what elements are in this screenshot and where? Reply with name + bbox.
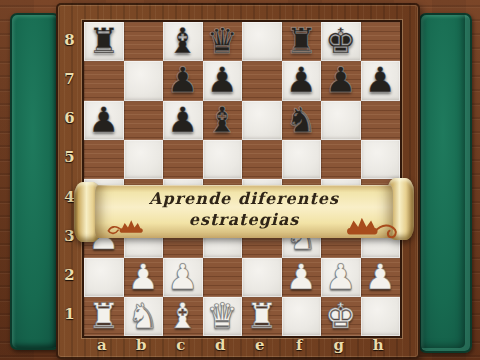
square-e1[interactable]: ♜ xyxy=(242,297,282,336)
square-a7[interactable] xyxy=(84,61,124,100)
square-h6[interactable] xyxy=(361,101,401,140)
square-h8[interactable] xyxy=(361,22,401,61)
square-b2[interactable]: ♟ xyxy=(124,258,164,297)
file-label-h: h xyxy=(359,335,399,355)
square-b8[interactable] xyxy=(124,22,164,61)
square-c7[interactable]: ♟ xyxy=(163,61,203,100)
square-d5[interactable] xyxy=(203,140,243,179)
piece-black-bishop[interactable]: ♝ xyxy=(207,103,238,138)
square-c8[interactable]: ♝ xyxy=(163,22,203,61)
square-h2[interactable]: ♟ xyxy=(361,258,401,297)
file-label-b: b xyxy=(122,335,162,355)
square-a5[interactable] xyxy=(84,140,124,179)
square-d2[interactable] xyxy=(203,258,243,297)
file-label-f: f xyxy=(280,335,320,355)
piece-black-pawn[interactable]: ♟ xyxy=(88,103,119,138)
square-g5[interactable] xyxy=(321,140,361,179)
square-e5[interactable] xyxy=(242,140,282,179)
square-e7[interactable] xyxy=(242,61,282,100)
square-e6[interactable] xyxy=(242,101,282,140)
square-a1[interactable]: ♜ xyxy=(84,297,124,336)
file-label-a: a xyxy=(82,335,122,355)
piece-black-pawn[interactable]: ♟ xyxy=(207,63,238,98)
square-h5[interactable] xyxy=(361,140,401,179)
square-a6[interactable]: ♟ xyxy=(84,101,124,140)
square-f2[interactable]: ♟ xyxy=(282,258,322,297)
square-h1[interactable] xyxy=(361,297,401,336)
square-b5[interactable] xyxy=(124,140,164,179)
piece-black-king[interactable]: ♚ xyxy=(325,24,356,59)
flourish-icon xyxy=(344,216,400,240)
app-background: 87654321 abcdefgh ♜♝♛♜♚♟♟♟♟♟♟♟♝♞♟♞♟♟♟♟♟♜… xyxy=(0,0,480,360)
square-c5[interactable] xyxy=(163,140,203,179)
square-a8[interactable]: ♜ xyxy=(84,22,124,61)
piece-white-bishop[interactable]: ♝ xyxy=(167,299,198,334)
rank-label-7: 7 xyxy=(59,59,80,98)
square-c1[interactable]: ♝ xyxy=(163,297,203,336)
piece-black-pawn[interactable]: ♟ xyxy=(286,63,317,98)
banner-text-line2: estrategias xyxy=(104,210,384,229)
piece-black-bishop[interactable]: ♝ xyxy=(167,24,198,59)
square-d8[interactable]: ♛ xyxy=(203,22,243,61)
square-c2[interactable]: ♟ xyxy=(163,258,203,297)
square-b1[interactable]: ♞ xyxy=(124,297,164,336)
piece-white-pawn[interactable]: ♟ xyxy=(325,260,356,295)
piece-white-knight[interactable]: ♞ xyxy=(128,299,159,334)
piece-black-pawn[interactable]: ♟ xyxy=(167,103,198,138)
piece-white-pawn[interactable]: ♟ xyxy=(128,260,159,295)
square-h7[interactable]: ♟ xyxy=(361,61,401,100)
square-g7[interactable]: ♟ xyxy=(321,61,361,100)
piece-black-rook[interactable]: ♜ xyxy=(286,24,317,59)
rank-label-1: 1 xyxy=(59,295,80,334)
banner-text-line1: Aprende diferentes xyxy=(104,189,384,208)
piece-black-pawn[interactable]: ♟ xyxy=(365,63,396,98)
rank-label-8: 8 xyxy=(59,20,80,59)
square-e8[interactable] xyxy=(242,22,282,61)
square-d7[interactable]: ♟ xyxy=(203,61,243,100)
square-g2[interactable]: ♟ xyxy=(321,258,361,297)
file-label-d: d xyxy=(201,335,241,355)
piece-black-pawn[interactable]: ♟ xyxy=(325,63,356,98)
square-f6[interactable]: ♞ xyxy=(282,101,322,140)
square-b6[interactable] xyxy=(124,101,164,140)
felt-panel-left xyxy=(10,13,60,350)
piece-white-pawn[interactable]: ♟ xyxy=(365,260,396,295)
piece-white-rook[interactable]: ♜ xyxy=(246,299,277,334)
square-g8[interactable]: ♚ xyxy=(321,22,361,61)
square-e2[interactable] xyxy=(242,258,282,297)
felt-panel-right xyxy=(419,13,472,353)
square-g1[interactable]: ♚ xyxy=(321,297,361,336)
square-f1[interactable] xyxy=(282,297,322,336)
piece-white-pawn[interactable]: ♟ xyxy=(167,260,198,295)
square-f7[interactable]: ♟ xyxy=(282,61,322,100)
square-b7[interactable] xyxy=(124,61,164,100)
promo-banner: Aprende diferentes estrategias xyxy=(74,177,414,245)
piece-black-knight[interactable]: ♞ xyxy=(286,103,317,138)
piece-white-pawn[interactable]: ♟ xyxy=(286,260,317,295)
rank-label-2: 2 xyxy=(59,256,80,295)
piece-white-rook[interactable]: ♜ xyxy=(88,299,119,334)
square-c6[interactable]: ♟ xyxy=(163,101,203,140)
square-f8[interactable]: ♜ xyxy=(282,22,322,61)
piece-black-pawn[interactable]: ♟ xyxy=(167,63,198,98)
square-f5[interactable] xyxy=(282,140,322,179)
square-a2[interactable] xyxy=(84,258,124,297)
piece-white-queen[interactable]: ♛ xyxy=(207,299,238,334)
piece-black-rook[interactable]: ♜ xyxy=(88,24,119,59)
piece-black-queen[interactable]: ♛ xyxy=(207,24,238,59)
piece-white-king[interactable]: ♚ xyxy=(325,299,356,334)
file-label-g: g xyxy=(319,335,359,355)
file-label-c: c xyxy=(161,335,201,355)
rank-label-6: 6 xyxy=(59,99,80,138)
file-label-e: e xyxy=(240,335,280,355)
square-g6[interactable] xyxy=(321,101,361,140)
file-labels: abcdefgh xyxy=(82,335,398,355)
rank-label-5: 5 xyxy=(59,138,80,177)
square-d6[interactable]: ♝ xyxy=(203,101,243,140)
square-d1[interactable]: ♛ xyxy=(203,297,243,336)
flourish-icon xyxy=(106,219,146,236)
